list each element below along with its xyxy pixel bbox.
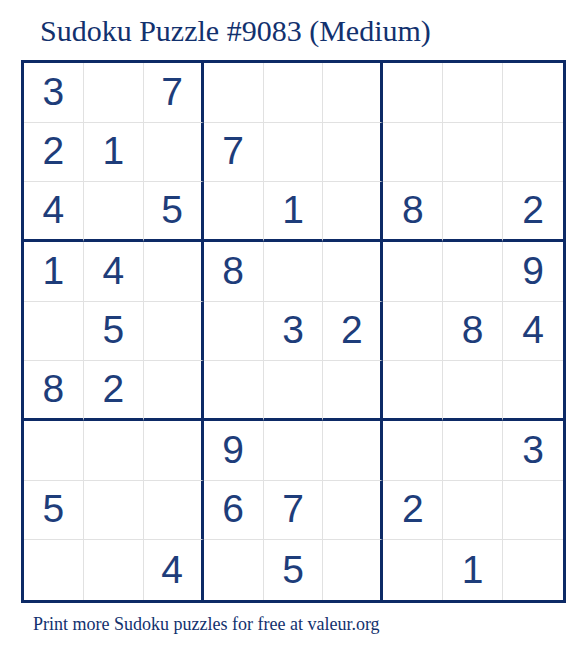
cell-r5c8: 8 xyxy=(443,302,503,362)
cell-r7c8 xyxy=(443,421,503,481)
cell-r4c1: 1 xyxy=(24,242,84,302)
cell-r3c8 xyxy=(443,182,503,242)
cell-r9c3: 4 xyxy=(144,540,204,600)
cell-r5c2: 5 xyxy=(84,302,144,362)
cell-r7c7 xyxy=(383,421,443,481)
cell-r1c1: 3 xyxy=(24,63,84,123)
cell-r7c3 xyxy=(144,421,204,481)
cell-r1c4 xyxy=(204,63,264,123)
page-title: Sudoku Puzzle #9083 (Medium) xyxy=(40,14,431,48)
cell-r2c2: 1 xyxy=(84,123,144,183)
cell-r1c8 xyxy=(443,63,503,123)
cell-r2c6 xyxy=(323,123,383,183)
cell-r4c5 xyxy=(264,242,324,302)
cell-r6c2: 2 xyxy=(84,361,144,421)
cell-r3c7: 8 xyxy=(383,182,443,242)
cell-r6c7 xyxy=(383,361,443,421)
cell-r3c1: 4 xyxy=(24,182,84,242)
cell-r9c9 xyxy=(503,540,563,600)
cell-r8c2 xyxy=(84,481,144,541)
cell-r3c2 xyxy=(84,182,144,242)
cell-r6c4 xyxy=(204,361,264,421)
cell-r2c7 xyxy=(383,123,443,183)
cell-r3c6 xyxy=(323,182,383,242)
cell-r9c5: 5 xyxy=(264,540,324,600)
cell-r3c9: 2 xyxy=(503,182,563,242)
cell-r8c1: 5 xyxy=(24,481,84,541)
cell-r9c7 xyxy=(383,540,443,600)
sudoku-page: Sudoku Puzzle #9083 (Medium) 37217451821… xyxy=(0,0,574,651)
cell-r4c4: 8 xyxy=(204,242,264,302)
cell-r6c5 xyxy=(264,361,324,421)
cell-r5c5: 3 xyxy=(264,302,324,362)
cell-r1c7 xyxy=(383,63,443,123)
cell-r2c3 xyxy=(144,123,204,183)
cell-r8c9 xyxy=(503,481,563,541)
cell-r3c4 xyxy=(204,182,264,242)
cell-r4c8 xyxy=(443,242,503,302)
cell-r2c4: 7 xyxy=(204,123,264,183)
sudoku-grid: 372174518214895328482935672451 xyxy=(21,60,566,603)
cell-r7c4: 9 xyxy=(204,421,264,481)
cell-r5c3 xyxy=(144,302,204,362)
cell-r9c6 xyxy=(323,540,383,600)
cell-r1c5 xyxy=(264,63,324,123)
cell-r5c6: 2 xyxy=(323,302,383,362)
cell-r9c2 xyxy=(84,540,144,600)
cell-r9c8: 1 xyxy=(443,540,503,600)
cell-r6c1: 8 xyxy=(24,361,84,421)
cell-r7c1 xyxy=(24,421,84,481)
cell-r8c5: 7 xyxy=(264,481,324,541)
cell-r8c7: 2 xyxy=(383,481,443,541)
cell-r1c2 xyxy=(84,63,144,123)
cell-r2c8 xyxy=(443,123,503,183)
cell-r7c6 xyxy=(323,421,383,481)
cell-r7c9: 3 xyxy=(503,421,563,481)
cell-r8c3 xyxy=(144,481,204,541)
cell-r1c3: 7 xyxy=(144,63,204,123)
cell-r3c3: 5 xyxy=(144,182,204,242)
cell-r5c4 xyxy=(204,302,264,362)
cell-r8c8 xyxy=(443,481,503,541)
cell-r1c9 xyxy=(503,63,563,123)
cell-r4c9: 9 xyxy=(503,242,563,302)
cell-r5c1 xyxy=(24,302,84,362)
cell-r5c7 xyxy=(383,302,443,362)
cell-r2c1: 2 xyxy=(24,123,84,183)
footer-text: Print more Sudoku puzzles for free at va… xyxy=(33,614,380,635)
cell-r3c5: 1 xyxy=(264,182,324,242)
cell-r7c5 xyxy=(264,421,324,481)
cell-r6c8 xyxy=(443,361,503,421)
cell-r8c4: 6 xyxy=(204,481,264,541)
cell-r9c4 xyxy=(204,540,264,600)
cell-r4c2: 4 xyxy=(84,242,144,302)
cell-r4c6 xyxy=(323,242,383,302)
cell-r7c2 xyxy=(84,421,144,481)
cell-r1c6 xyxy=(323,63,383,123)
cell-r2c9 xyxy=(503,123,563,183)
cell-r2c5 xyxy=(264,123,324,183)
cell-r4c7 xyxy=(383,242,443,302)
cell-r5c9: 4 xyxy=(503,302,563,362)
cell-r8c6 xyxy=(323,481,383,541)
cell-r9c1 xyxy=(24,540,84,600)
cell-r6c3 xyxy=(144,361,204,421)
cell-r4c3 xyxy=(144,242,204,302)
cell-r6c6 xyxy=(323,361,383,421)
cell-r6c9 xyxy=(503,361,563,421)
